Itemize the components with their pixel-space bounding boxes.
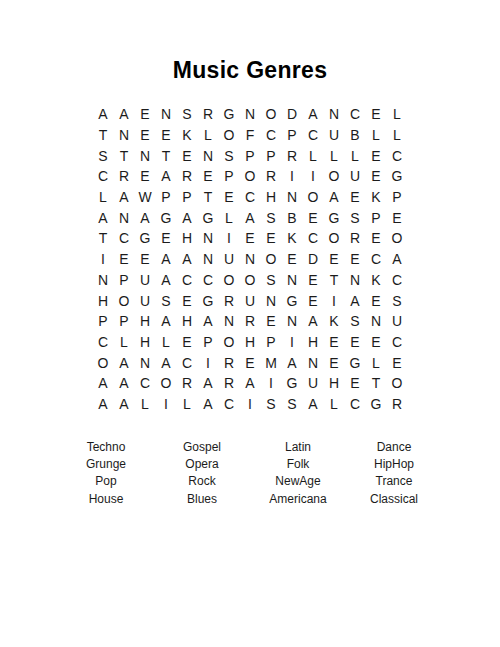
grid-cell: O	[219, 270, 240, 291]
grid-cell: N	[219, 311, 240, 332]
grid-cell: E	[135, 104, 156, 125]
grid-cell: K	[366, 187, 387, 208]
grid-cell: A	[114, 352, 135, 373]
grid-cell: A	[93, 373, 114, 394]
grid-cell: L	[198, 125, 219, 146]
grid-cell: E	[114, 249, 135, 270]
grid-cell: A	[240, 207, 261, 228]
grid-cell: E	[177, 290, 198, 311]
grid-cell: R	[219, 290, 240, 311]
word-list: TechnoGrungePopHouseGospelOperaRockBlues…	[58, 438, 442, 508]
word-list-item: Opera	[154, 455, 250, 472]
grid-cell: C	[219, 394, 240, 415]
grid-cell: S	[261, 394, 282, 415]
grid-cell: A	[198, 311, 219, 332]
grid-cell: L	[345, 145, 366, 166]
grid-cell: E	[177, 145, 198, 166]
grid-cell: S	[156, 290, 177, 311]
grid-cell: P	[156, 187, 177, 208]
grid-cell: A	[93, 207, 114, 228]
grid-cell: H	[135, 332, 156, 353]
word-list-item: Rock	[154, 473, 250, 490]
grid-cell: T	[93, 125, 114, 146]
grid-cell: U	[303, 373, 324, 394]
grid-cell: E	[345, 332, 366, 353]
grid-cell: C	[135, 373, 156, 394]
grid-cell: P	[366, 207, 387, 228]
word-list-item: NewAge	[250, 473, 346, 490]
grid-cell: U	[324, 125, 345, 146]
grid-cell: C	[387, 270, 408, 291]
grid-cell: P	[282, 125, 303, 146]
grid-cell: R	[177, 373, 198, 394]
grid-cell: L	[177, 394, 198, 415]
grid-cell: T	[198, 187, 219, 208]
grid-cell: F	[240, 125, 261, 146]
grid-cell: A	[93, 394, 114, 415]
grid-cell: K	[324, 311, 345, 332]
grid-cell: P	[261, 145, 282, 166]
grid-cell: I	[219, 228, 240, 249]
grid-cell: T	[114, 145, 135, 166]
grid-cell: P	[177, 187, 198, 208]
grid-cell: C	[387, 332, 408, 353]
grid-cell: A	[93, 104, 114, 125]
grid-cell: R	[114, 166, 135, 187]
grid-cell: C	[261, 125, 282, 146]
grid-cell: E	[303, 207, 324, 228]
grid-cell: N	[114, 125, 135, 146]
grid-cell: G	[387, 166, 408, 187]
word-list-item: Pop	[58, 473, 154, 490]
grid-cell: I	[156, 394, 177, 415]
grid-cell: R	[177, 166, 198, 187]
grid-cell: T	[324, 270, 345, 291]
grid-cell: G	[345, 352, 366, 373]
grid-cell: E	[282, 249, 303, 270]
grid-cell: N	[282, 311, 303, 332]
grid-cell: A	[156, 311, 177, 332]
grid-cell: I	[324, 290, 345, 311]
grid-cell: E	[366, 145, 387, 166]
grid-cell: A	[198, 373, 219, 394]
grid-cell: H	[177, 228, 198, 249]
grid-cell: E	[177, 332, 198, 353]
grid-cell: E	[345, 187, 366, 208]
grid-cell: O	[219, 125, 240, 146]
grid-cell: L	[135, 394, 156, 415]
grid-cell: I	[303, 166, 324, 187]
grid-cell: R	[387, 394, 408, 415]
grid-cell: E	[135, 166, 156, 187]
grid-cell: N	[156, 104, 177, 125]
grid-cell: C	[366, 249, 387, 270]
grid-cell: G	[198, 290, 219, 311]
grid-cell: G	[135, 228, 156, 249]
grid-cell: E	[156, 228, 177, 249]
grid-cell: E	[366, 332, 387, 353]
grid-cell: H	[135, 311, 156, 332]
grid-cell: K	[177, 125, 198, 146]
grid-cell: I	[240, 394, 261, 415]
grid-cell: A	[198, 394, 219, 415]
grid-cell: E	[198, 166, 219, 187]
grid-cell: S	[345, 207, 366, 228]
grid-cell: A	[177, 207, 198, 228]
grid-cell: A	[114, 187, 135, 208]
grid-cell: A	[240, 373, 261, 394]
grid-cell: E	[387, 207, 408, 228]
grid-cell: P	[240, 145, 261, 166]
grid-cell: R	[219, 352, 240, 373]
grid-cell: E	[303, 270, 324, 291]
grid-cell: I	[93, 249, 114, 270]
grid-cell: N	[198, 228, 219, 249]
puzzle-title: Music Genres	[0, 57, 500, 84]
grid-cell: C	[345, 104, 366, 125]
grid-cell: L	[366, 352, 387, 373]
grid-cell: O	[240, 166, 261, 187]
grid-cell: E	[219, 187, 240, 208]
grid-cell: U	[387, 311, 408, 332]
grid-cell: O	[387, 373, 408, 394]
grid-cell: O	[114, 290, 135, 311]
word-list-item: HipHop	[346, 455, 442, 472]
grid-cell: B	[282, 207, 303, 228]
grid-cell: P	[261, 332, 282, 353]
grid-cell: R	[345, 228, 366, 249]
grid-cell: C	[177, 352, 198, 373]
grid-cell: U	[135, 290, 156, 311]
grid-cell: O	[324, 228, 345, 249]
grid-cell: E	[261, 228, 282, 249]
grid-cell: P	[198, 332, 219, 353]
grid-cell: P	[219, 166, 240, 187]
grid-cell: A	[324, 187, 345, 208]
grid-cell: A	[114, 394, 135, 415]
grid-cell: A	[156, 352, 177, 373]
grid-cell: P	[114, 270, 135, 291]
grid-cell: C	[93, 332, 114, 353]
grid-cell: H	[177, 311, 198, 332]
grid-cell: E	[324, 332, 345, 353]
grid-cell: S	[177, 104, 198, 125]
grid-cell: P	[114, 311, 135, 332]
grid-cell: K	[282, 228, 303, 249]
grid-cell: L	[156, 332, 177, 353]
grid-cell: C	[387, 145, 408, 166]
grid-cell: G	[282, 290, 303, 311]
grid-cell: R	[261, 166, 282, 187]
grid-cell: O	[219, 332, 240, 353]
grid-cell: H	[240, 332, 261, 353]
grid-cell: C	[345, 394, 366, 415]
grid-cell: E	[366, 290, 387, 311]
grid-cell: O	[387, 228, 408, 249]
grid-cell: N	[303, 352, 324, 373]
grid-cell: A	[177, 249, 198, 270]
word-list-item: Americana	[250, 490, 346, 507]
grid-cell: I	[261, 373, 282, 394]
grid-cell: R	[198, 104, 219, 125]
grid-cell: E	[324, 352, 345, 373]
grid-cell: O	[156, 373, 177, 394]
grid-cell: E	[387, 352, 408, 373]
grid-cell: E	[135, 125, 156, 146]
grid-cell: G	[282, 373, 303, 394]
grid-cell: E	[366, 104, 387, 125]
grid-cell: O	[303, 187, 324, 208]
grid-cell: E	[240, 352, 261, 373]
grid-cell: S	[261, 270, 282, 291]
grid-cell: G	[219, 104, 240, 125]
grid-cell: G	[198, 207, 219, 228]
letter-grid: AAENSRGNODANCELTNEEKLOFCPCUBLLSTNTENSPPR…	[93, 104, 408, 414]
grid-cell: E	[261, 311, 282, 332]
grid-cell: N	[282, 270, 303, 291]
grid-cell: P	[387, 187, 408, 208]
grid-cell: A	[114, 104, 135, 125]
grid-cell: O	[324, 166, 345, 187]
word-list-item: Techno	[58, 438, 154, 455]
grid-cell: E	[345, 373, 366, 394]
grid-cell: U	[345, 166, 366, 187]
grid-cell: S	[219, 145, 240, 166]
grid-cell: O	[261, 104, 282, 125]
grid-cell: A	[156, 270, 177, 291]
grid-cell: P	[93, 311, 114, 332]
grid-cell: O	[93, 352, 114, 373]
grid-cell: L	[366, 125, 387, 146]
word-list-item: Folk	[250, 455, 346, 472]
grid-cell: B	[345, 125, 366, 146]
grid-cell: H	[261, 187, 282, 208]
grid-cell: T	[156, 145, 177, 166]
grid-cell: A	[303, 104, 324, 125]
grid-cell: N	[261, 290, 282, 311]
word-list-item: Blues	[154, 490, 250, 507]
grid-cell: L	[387, 104, 408, 125]
grid-cell: M	[261, 352, 282, 373]
grid-cell: R	[282, 145, 303, 166]
grid-cell: L	[324, 394, 345, 415]
word-search-page: Music Genres AAENSRGNODANCELTNEEKLOFCPCU…	[0, 0, 500, 647]
grid-cell: E	[156, 125, 177, 146]
grid-cell: T	[366, 373, 387, 394]
grid-cell: S	[387, 290, 408, 311]
grid-cell: S	[261, 207, 282, 228]
grid-cell: U	[135, 270, 156, 291]
grid-cell: G	[366, 394, 387, 415]
grid-cell: T	[93, 228, 114, 249]
grid-cell: C	[93, 166, 114, 187]
grid-cell: G	[324, 207, 345, 228]
grid-cell: A	[156, 249, 177, 270]
grid-cell: U	[240, 290, 261, 311]
grid-cell: L	[324, 145, 345, 166]
grid-cell: C	[240, 187, 261, 208]
grid-cell: E	[324, 249, 345, 270]
word-list-item: Classical	[346, 490, 442, 507]
grid-cell: A	[114, 373, 135, 394]
grid-cell: A	[303, 394, 324, 415]
grid-cell: A	[387, 249, 408, 270]
grid-cell: I	[198, 352, 219, 373]
grid-cell: N	[366, 311, 387, 332]
grid-cell: N	[198, 145, 219, 166]
grid-cell: L	[303, 145, 324, 166]
grid-cell: N	[240, 249, 261, 270]
grid-cell: R	[219, 373, 240, 394]
grid-cell: A	[282, 352, 303, 373]
word-list-item: Trance	[346, 473, 442, 490]
word-list-item: Grunge	[58, 455, 154, 472]
grid-cell: U	[219, 249, 240, 270]
grid-cell: R	[240, 311, 261, 332]
grid-cell: S	[282, 394, 303, 415]
grid-cell: D	[282, 104, 303, 125]
grid-cell: N	[324, 104, 345, 125]
grid-cell: S	[345, 311, 366, 332]
grid-cell: E	[366, 166, 387, 187]
grid-cell: E	[135, 249, 156, 270]
grid-cell: S	[93, 145, 114, 166]
grid-cell: C	[303, 125, 324, 146]
grid-cell: N	[114, 207, 135, 228]
grid-cell: N	[198, 249, 219, 270]
grid-cell: C	[303, 228, 324, 249]
grid-cell: C	[114, 228, 135, 249]
grid-cell: L	[387, 125, 408, 146]
grid-cell: A	[345, 290, 366, 311]
grid-cell: C	[177, 270, 198, 291]
grid-cell: E	[240, 228, 261, 249]
grid-cell: N	[93, 270, 114, 291]
grid-cell: E	[303, 290, 324, 311]
grid-cell: K	[366, 270, 387, 291]
grid-cell: N	[282, 187, 303, 208]
grid-cell: H	[93, 290, 114, 311]
grid-cell: N	[345, 270, 366, 291]
word-list-item: Latin	[250, 438, 346, 455]
grid-cell: L	[114, 332, 135, 353]
grid-cell: W	[135, 187, 156, 208]
grid-cell: E	[345, 249, 366, 270]
word-list-item: House	[58, 490, 154, 507]
grid-cell: O	[240, 270, 261, 291]
grid-cell: L	[219, 207, 240, 228]
grid-cell: N	[135, 352, 156, 373]
grid-cell: C	[198, 270, 219, 291]
grid-cell: H	[324, 373, 345, 394]
grid-cell: A	[303, 311, 324, 332]
grid-cell: L	[93, 187, 114, 208]
grid-cell: N	[135, 145, 156, 166]
grid-cell: O	[261, 249, 282, 270]
grid-cell: I	[282, 166, 303, 187]
grid-cell: A	[156, 166, 177, 187]
grid-cell: D	[303, 249, 324, 270]
grid-cell: N	[240, 104, 261, 125]
grid-cell: E	[366, 228, 387, 249]
word-list-item: Gospel	[154, 438, 250, 455]
grid-cell: H	[303, 332, 324, 353]
grid-cell: I	[282, 332, 303, 353]
grid-cell: G	[156, 207, 177, 228]
word-list-item: Dance	[346, 438, 442, 455]
grid-cell: A	[135, 207, 156, 228]
